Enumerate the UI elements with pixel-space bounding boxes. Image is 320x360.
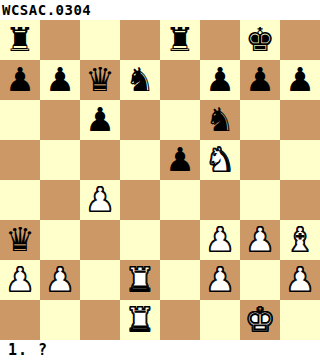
square-g2[interactable] [240, 260, 280, 300]
square-d2[interactable]: ♜ [120, 260, 160, 300]
white-pawn: ♟ [205, 260, 235, 300]
black-pawn: ♟ [5, 60, 35, 100]
square-c2[interactable] [80, 260, 120, 300]
square-c4[interactable]: ♟ [80, 180, 120, 220]
black-pawn: ♟ [285, 60, 315, 100]
square-f3[interactable]: ♟ [200, 220, 240, 260]
square-f1[interactable] [200, 300, 240, 340]
square-h5[interactable] [280, 140, 320, 180]
square-g3[interactable]: ♟ [240, 220, 280, 260]
square-c3[interactable] [80, 220, 120, 260]
square-g7[interactable]: ♟ [240, 60, 280, 100]
square-c5[interactable] [80, 140, 120, 180]
square-a7[interactable]: ♟ [0, 60, 40, 100]
square-e4[interactable] [160, 180, 200, 220]
black-queen: ♛ [5, 220, 35, 260]
black-queen: ♛ [85, 60, 115, 100]
square-a1[interactable] [0, 300, 40, 340]
square-h8[interactable] [280, 20, 320, 60]
square-b1[interactable] [40, 300, 80, 340]
square-e7[interactable] [160, 60, 200, 100]
move-prompt-bar: 1. ? [0, 340, 320, 360]
square-a4[interactable] [0, 180, 40, 220]
black-pawn: ♟ [165, 140, 195, 180]
puzzle-id-label: WCSAC.0304 [2, 2, 91, 18]
black-knight: ♞ [205, 100, 235, 140]
square-h2[interactable]: ♟ [280, 260, 320, 300]
square-e8[interactable]: ♜ [160, 20, 200, 60]
diagram-header: WCSAC.0304 [0, 0, 320, 20]
white-pawn: ♟ [5, 260, 35, 300]
square-d6[interactable] [120, 100, 160, 140]
square-c8[interactable] [80, 20, 120, 60]
square-a5[interactable] [0, 140, 40, 180]
chess-puzzle-screen: WCSAC.0304 ♜♜♚♟♟♛♞♟♟♟♟♞♟♞♟♛♟♟♝♟♟♜♟♟♜♚ 1.… [0, 0, 320, 360]
square-h7[interactable]: ♟ [280, 60, 320, 100]
square-f8[interactable] [200, 20, 240, 60]
square-e1[interactable] [160, 300, 200, 340]
square-e5[interactable]: ♟ [160, 140, 200, 180]
square-b3[interactable] [40, 220, 80, 260]
square-c1[interactable] [80, 300, 120, 340]
square-a3[interactable]: ♛ [0, 220, 40, 260]
square-d3[interactable] [120, 220, 160, 260]
square-f2[interactable]: ♟ [200, 260, 240, 300]
white-rook: ♜ [125, 260, 155, 300]
white-knight: ♞ [205, 140, 235, 180]
black-pawn: ♟ [205, 60, 235, 100]
square-h1[interactable] [280, 300, 320, 340]
white-pawn: ♟ [45, 260, 75, 300]
black-knight: ♞ [125, 60, 155, 100]
square-b7[interactable]: ♟ [40, 60, 80, 100]
square-h3[interactable]: ♝ [280, 220, 320, 260]
black-king: ♚ [245, 20, 275, 60]
square-g4[interactable] [240, 180, 280, 220]
square-d1[interactable]: ♜ [120, 300, 160, 340]
black-pawn: ♟ [45, 60, 75, 100]
white-pawn: ♟ [245, 220, 275, 260]
square-h4[interactable] [280, 180, 320, 220]
square-c7[interactable]: ♛ [80, 60, 120, 100]
square-d8[interactable] [120, 20, 160, 60]
square-b8[interactable] [40, 20, 80, 60]
square-d5[interactable] [120, 140, 160, 180]
square-d4[interactable] [120, 180, 160, 220]
square-e6[interactable] [160, 100, 200, 140]
square-b5[interactable] [40, 140, 80, 180]
square-h6[interactable] [280, 100, 320, 140]
square-b4[interactable] [40, 180, 80, 220]
white-rook: ♜ [125, 300, 155, 340]
square-b2[interactable]: ♟ [40, 260, 80, 300]
square-e2[interactable] [160, 260, 200, 300]
square-g5[interactable] [240, 140, 280, 180]
square-a6[interactable] [0, 100, 40, 140]
square-f6[interactable]: ♞ [200, 100, 240, 140]
square-f5[interactable]: ♞ [200, 140, 240, 180]
square-f7[interactable]: ♟ [200, 60, 240, 100]
white-king: ♚ [245, 300, 275, 340]
white-pawn: ♟ [285, 260, 315, 300]
move-prompt-text: 1. ? [8, 341, 48, 359]
square-g8[interactable]: ♚ [240, 20, 280, 60]
white-pawn: ♟ [205, 220, 235, 260]
white-bishop: ♝ [285, 220, 315, 260]
black-rook: ♜ [5, 20, 35, 60]
square-a2[interactable]: ♟ [0, 260, 40, 300]
black-pawn: ♟ [245, 60, 275, 100]
white-pawn: ♟ [85, 180, 115, 220]
square-f4[interactable] [200, 180, 240, 220]
square-b6[interactable] [40, 100, 80, 140]
square-a8[interactable]: ♜ [0, 20, 40, 60]
square-d7[interactable]: ♞ [120, 60, 160, 100]
square-g6[interactable] [240, 100, 280, 140]
square-c6[interactable]: ♟ [80, 100, 120, 140]
square-e3[interactable] [160, 220, 200, 260]
chess-board: ♜♜♚♟♟♛♞♟♟♟♟♞♟♞♟♛♟♟♝♟♟♜♟♟♜♚ [0, 20, 320, 340]
black-rook: ♜ [165, 20, 195, 60]
black-pawn: ♟ [85, 100, 115, 140]
square-g1[interactable]: ♚ [240, 300, 280, 340]
